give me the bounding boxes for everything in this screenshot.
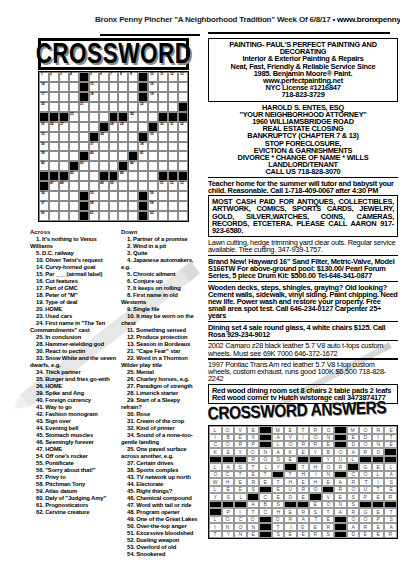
grid-cell [99,161,109,171]
answer-letter: A [276,435,279,440]
answer-letter-cell: R [347,478,360,485]
grid-cell [128,102,138,112]
cell-number: 60 [41,211,45,214]
answer-letter-cell: O [247,448,260,455]
answer-letter-cell: E [347,434,360,441]
cell-number: 1 [41,72,43,75]
grid-cell [59,92,69,102]
answer-letter: R [389,532,393,537]
grid-cell [168,82,178,92]
grid-cell [59,132,69,142]
answer-letter: A [339,509,342,514]
answer-letter: E [376,532,379,537]
ad-line: MOST CASH PAID FOR ANTIQUES, COLLECTIBLE… [212,198,394,234]
answer-letter-cell: A [247,501,260,508]
answer-letter-cell: C [234,516,247,523]
clue-item: 42. Fashion monogram [30,411,118,418]
grid-cell [148,142,158,152]
answer-letter-cell: D [372,448,385,455]
grid-cell: 16 [148,82,158,92]
grid-cell [178,211,188,221]
answer-letter-cell: P [359,493,372,500]
answer-letter-cell: U [284,486,297,493]
grid-cell: 48 [59,181,69,191]
grid-cell [69,82,79,92]
grid-cell: 38 [138,142,148,152]
clue-item: 55. Pontificate [30,460,118,467]
answer-letter: H [276,509,280,514]
answer-letter-cell: B [259,501,272,508]
answer-letter-cell: E [272,493,285,500]
answer-letter: U [364,487,368,492]
grid-cell [69,211,79,221]
answer-letter: O [226,517,230,522]
answer-letter: L [214,517,217,522]
block-cell [168,112,178,122]
answer-letter: E [314,502,317,507]
classified-ad: 2002 Camaro z28 black leather 5.7 V8 aut… [208,342,398,356]
cell-number: 6 [100,72,102,75]
cell-number: 14 [41,82,45,85]
answer-letter-cell: E [372,523,385,530]
cell-number: 51 [160,181,164,184]
block-cell [118,161,128,171]
clue-item: 48. Program opener [121,509,202,516]
answer-letter-cell: C [222,471,235,478]
grid-cell: 45 [69,171,79,181]
grid-cell [69,92,79,102]
grid-cell [128,82,138,92]
answer-letter: T [314,517,317,522]
block-cell [109,171,119,181]
clue-item: 26. Charley horses, e.g. [121,376,202,383]
answer-letter: C [226,472,230,477]
answer-letter-cell: A [272,434,285,441]
grid-cell [69,102,79,112]
answer-letter: X [251,435,254,440]
grid-cell [59,191,69,201]
answer-letter: T [276,480,279,485]
grid-cell: 7 [109,72,119,82]
grid-cell [128,92,138,102]
answer-letter-cell: A [384,471,397,478]
answer-block-cell [359,501,372,508]
answer-letter: N [238,532,242,537]
answer-letter-cell: H [309,478,322,485]
answer-letter-cell: R [347,508,360,515]
grid-cell [118,102,128,112]
answer-letter: V [289,435,292,440]
answer-letter-cell: R [384,531,397,538]
answer-block-cell [284,463,297,470]
answer-letter: E [239,487,242,492]
answer-block-cell [334,426,347,433]
grid-cell: 22 [138,102,148,112]
answer-letter: L [239,494,242,499]
answer-letter-cell: D [347,441,360,448]
block-cell [178,112,188,122]
answer-letter-cell: T [272,523,285,530]
answer-letter: E [226,450,229,455]
answer-letter: E [301,494,304,499]
block-cell [49,112,59,122]
answer-letter: R [289,517,293,522]
answer-letter-cell: Y [309,448,322,455]
answer-letter: T [389,435,392,440]
clue-item: 13. Season in Bordeaux [121,341,202,348]
grid-cell [49,102,59,112]
grid-cell [99,201,109,211]
answer-block-cell [259,426,272,433]
answer-letter: R [339,465,343,470]
grid-cell: 23 [69,112,79,122]
clue-item: 60. Daly of "Judging Amy" [30,495,118,502]
answer-letter-cell: O [222,516,235,523]
grid-cell: 58 [89,201,99,211]
answer-letter: L [389,465,392,470]
answer-letter-cell: S [384,478,397,485]
answer-letter: U [289,487,293,492]
clue-item: 10. Oliver Twist's request [30,257,118,264]
clue-item: 44. Evening bell [30,425,118,432]
clue-item: 30. Rose [121,411,202,418]
answer-letter: O [314,487,318,492]
answer-letter: L [377,472,380,477]
answer-letter-cell: O [309,486,322,493]
grid-cell: 46 [118,171,128,181]
answer-letter: E [376,509,379,514]
classified-ad: MOST CASH PAID FOR ANTIQUES, COLLECTIBLE… [208,195,398,237]
answer-block-cell [359,456,372,463]
cell-number: 26 [50,122,54,125]
clue-item: 45. Stomach muscles [30,432,118,439]
answer-letter-cell: P [372,516,385,523]
answer-block-cell [209,508,222,515]
grid-cell: 8 [118,72,128,82]
clue-item: 15. Par ___ (airmail label) [30,271,118,278]
answer-letter: A [389,524,392,529]
answer-letter: W [213,480,218,485]
answer-letter-cell: O [334,448,347,455]
answer-letter: R [351,509,355,514]
answer-letter-cell: P [222,508,235,515]
grid-cell [69,122,79,132]
answer-letter-cell: S [222,493,235,500]
answer-letter: Y [276,465,279,470]
answer-letter-cell: T [247,508,260,515]
answer-letter-cell: O [259,456,272,463]
grid-cell [89,161,99,171]
block-cell [138,191,148,201]
answer-letter: A [276,450,279,455]
clue-item: 49. One of the Great Lakes [121,516,202,523]
answer-letter: D [364,435,368,440]
answer-letter: E [289,509,292,514]
answer-letter-cell: S [384,516,397,523]
clue-item: 14. Curvy-horned goat [30,264,118,271]
answer-letter: E [326,480,329,485]
cell-number: 5 [90,72,92,75]
answer-letter-cell: I [209,523,222,530]
clue-item: 9. Single file [121,306,202,313]
answer-letter: O [326,427,330,432]
answer-letter-cell: D [359,434,372,441]
answer-letter-cell: T [209,531,222,538]
grid-cell [148,171,158,181]
answer-letter: E [289,457,292,462]
answer-letter: E [376,524,379,529]
answer-letter: B [264,502,267,507]
answer-letter-cell: R [309,441,322,448]
answer-letter: B [226,435,229,440]
answer-letter: E [314,524,317,529]
answer-letter: I [315,472,316,477]
clue-item: 39. Spike and Ang [30,390,118,397]
grid-cell [59,211,69,221]
answer-letter-cell: G [359,463,372,470]
answer-letter: R [376,427,380,432]
answer-letter-cell: U [359,486,372,493]
clue-item: 8. First name in old Westerns [121,292,202,306]
answer-letter-cell: I [209,434,222,441]
answer-letter: Y [239,450,242,455]
answer-letter-cell: T [384,508,397,515]
answer-letter: E [389,487,392,492]
clue-item: 3. Quite [121,250,202,257]
grid-cell [138,122,148,132]
cell-number: 19 [150,92,154,95]
cell-number: 12 [170,72,174,75]
answer-letter: O [351,517,355,522]
crossword-logo-text: CROSSWORD [36,39,192,68]
clue-item: 54. Off one's rocker [30,453,118,460]
block-cell [79,211,89,221]
answer-letter-cell: E [234,478,247,485]
answer-letter: C [264,509,268,514]
clue-item: 35. One paved surface across another, e.… [121,446,202,460]
grid-cell [59,142,69,152]
answer-letter: T [301,427,304,432]
answer-letter: R [301,442,305,447]
cell-number: 27 [60,122,64,125]
answer-letter-cell: D [284,493,297,500]
answer-block-cell [347,463,360,470]
block-cell [118,112,128,122]
clue-item: 28. Hammer-wielding god [30,341,118,348]
clue-item: 20. HOME [30,306,118,313]
answer-block-cell [334,531,347,538]
grid-cell: 56 [148,191,158,201]
answer-letter-cell: C [209,441,222,448]
answer-letter-cell: E [234,486,247,493]
answer-letter: O [288,442,292,447]
down-heading: Down [121,229,202,235]
cell-number: 56 [150,191,154,194]
answer-letter-cell: T [259,471,272,478]
answer-letter-cell: O [322,426,335,433]
clue-item: 44. Electorate [121,481,202,488]
answer-letter: R [301,487,305,492]
answer-letter-cell: O [359,471,372,478]
answer-letter-cell: E [334,493,347,500]
cell-number: 9 [130,72,132,75]
answer-letter-cell: T [234,471,247,478]
answer-letter: R [364,524,368,529]
answer-letter: O [226,427,230,432]
grid-cell [79,171,89,181]
answer-letter: T [276,524,279,529]
grid-cell [168,132,178,142]
answer-letter-cell: R [334,486,347,493]
answer-letter: O [226,442,230,447]
grid-cell: 59 [148,201,158,211]
answer-letter: A [301,517,304,522]
clue-item: 16. Cut features [30,278,118,285]
answer-letter: S [389,517,392,522]
clue-item: 19. Type of deal [30,299,118,306]
grid-cell [69,181,79,191]
block-cell [138,211,148,221]
answer-letter-cell: E [297,478,310,485]
answer-letter: V [239,427,242,432]
header-rule-right [208,32,390,34]
ad-line: 718-823-3729 [212,91,394,98]
cell-number: 44 [130,161,134,164]
grid-cell [79,132,89,142]
answer-letter-cell: C [259,508,272,515]
answer-letter: E [251,532,254,537]
answer-letter-cell: S [234,463,247,470]
grid-cell [59,151,69,161]
block-cell [138,82,148,92]
grid-cell [49,132,59,142]
grid-cell: 5 [89,72,99,82]
answer-letter-cell: E [297,531,310,538]
answer-letter: E [276,494,279,499]
block-cell [69,161,79,171]
clue-item: 54. Snookered [121,551,202,558]
answer-letter: A [351,524,354,529]
answer-letter-cell: E [284,426,297,433]
grid-cell: 2 [49,72,59,82]
answer-letter: Y [226,532,229,537]
answer-letter: P [251,442,254,447]
cell-number: 42 [41,161,45,164]
cell-number: 16 [150,82,154,85]
answer-letter: S [326,532,329,537]
grid-cell [128,122,138,132]
clue-item: 25. Menial [121,369,202,376]
clue-item: 34. Thick partner [30,369,118,376]
answer-letter: O [238,524,242,529]
classified-ad: 1997 Pontiac Trans Am red leather 5.7 V8… [208,361,398,383]
grid-cell [49,82,59,92]
answer-letter: S [251,487,254,492]
answer-letter: R [351,480,355,485]
cell-number: 59 [150,201,154,204]
answer-letter-cell: L [209,463,222,470]
answer-letter: C [264,494,268,499]
answer-letter-cell: E [384,426,397,433]
grid-cell [89,171,99,181]
cell-number: 30 [160,122,164,125]
answer-letter-cell: R [297,486,310,493]
answer-letter-cell: E [372,508,385,515]
answer-letter-cell: E [372,493,385,500]
answer-letter: R [389,494,393,499]
cell-number: 7 [110,72,112,75]
grid-cell: 40 [89,151,99,161]
clue-item: 56. "Sorry about that!" [30,467,118,474]
clue-item: 1. Partner of a promise [121,236,202,243]
answer-letter: S [389,480,392,485]
grid-cell [99,211,109,221]
cell-number: 49 [100,181,104,184]
clue-item: 28. Limerick starter [121,390,202,397]
grid-cell [138,181,148,191]
answer-letter-cell: R [309,426,322,433]
clue-item: 5. D.C. railway [30,250,118,257]
answer-letter: Y [214,494,217,499]
answer-letter: M [276,427,280,432]
answer-letter-cell: E [384,441,397,448]
answer-letter: E [339,494,342,499]
grid-cell [158,201,168,211]
cell-number: 15 [90,82,94,85]
answer-letter: O [364,472,368,477]
clue-item: 18. Peter of "M" [30,292,118,299]
grid-cell [49,201,59,211]
cell-number: 46 [120,171,124,174]
answer-letter: S [239,465,242,470]
grid-cell [138,171,148,181]
cell-number: 58 [90,201,94,204]
answer-letter: O [364,517,368,522]
grid-cell [178,151,188,161]
answer-letter-cell: E [297,493,310,500]
block-cell [59,112,69,122]
answer-block-cell [309,456,322,463]
grid-cell: 18 [89,92,99,102]
clue-item: 43. Sign over [30,418,118,425]
classified-ad: HAROLD S. ENTES, ESQ"YOUR NEIGHBORHOOD A… [208,104,398,176]
grid-cell: 54 [39,191,49,201]
answer-letter: I [377,435,378,440]
answer-block-cell [384,448,397,455]
answer-block-cell [209,501,222,508]
answer-letter-cell: H [284,478,297,485]
grid-cell [158,211,168,221]
block-cell [148,122,158,132]
grid-cell [49,211,59,221]
grid-cell [79,181,89,191]
clue-item: 58. Pitchman Tony [30,481,118,488]
grid-cell: 24 [128,112,138,122]
answer-letter: N [326,435,330,440]
answer-block-cell [334,523,347,530]
answer-letter-cell: E [222,448,235,455]
ad-line: 1997 Pontiac Trans Am red leather 5.7 V8… [208,361,398,383]
grid-cell [158,151,168,161]
answer-letter-cell: Y [209,493,222,500]
grid-cell: 33 [39,132,49,142]
answer-letter-cell: N [322,471,335,478]
answer-block-cell [259,516,272,523]
cell-number: 20 [41,102,45,105]
answer-letter-cell: T [284,471,297,478]
answer-letter-cell: C [259,493,272,500]
clue-item: 7. It keeps on rolling [121,285,202,292]
